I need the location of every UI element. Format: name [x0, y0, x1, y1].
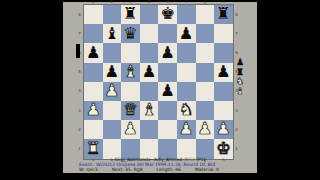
rank-label-8: 8: [77, 5, 82, 24]
move-played: W: Qxc3: [79, 168, 98, 173]
square-d5[interactable]: ♟: [140, 63, 159, 82]
square-g6[interactable]: [196, 43, 215, 62]
square-b6[interactable]: [103, 43, 122, 62]
square-e4[interactable]: ♟: [158, 82, 177, 101]
square-a1[interactable]: ♜: [84, 139, 103, 158]
square-h5[interactable]: ♟: [214, 63, 233, 82]
square-e3[interactable]: [158, 101, 177, 120]
square-f3[interactable]: ♞: [177, 101, 196, 120]
chess-app-area: abcdefgh ♜♚♜♝♛♟♟♟♟♝♟♟♟♟♟♛♝♞♟♟♟♟♜♚ abcdef…: [63, 2, 257, 173]
black-pawn: ♟: [179, 26, 194, 43]
black-rook: ♜: [216, 6, 231, 23]
square-d8[interactable]: [140, 5, 159, 24]
black-pawn: ♟: [86, 45, 101, 62]
square-d4[interactable]: [140, 82, 159, 101]
square-h1[interactable]: ♚: [214, 139, 233, 158]
rank-label-3: 3: [234, 101, 239, 120]
square-g7[interactable]: [196, 24, 215, 43]
square-h4[interactable]: [214, 82, 233, 101]
white-pawn: ♟: [86, 102, 101, 119]
white-knight: ♞: [179, 102, 194, 119]
white-pawn: ♟: [104, 83, 119, 100]
black-king: ♚: [160, 6, 175, 23]
square-b4[interactable]: ♟: [103, 82, 122, 101]
black-pawn: ♟: [160, 45, 175, 62]
game-tag: (P1): [196, 157, 205, 162]
players-separator: --: [149, 157, 152, 162]
white-bishop: ♝: [142, 102, 157, 119]
square-a7[interactable]: [84, 24, 103, 43]
square-f4[interactable]: [177, 82, 196, 101]
square-b8[interactable]: [103, 5, 122, 24]
square-d2[interactable]: [140, 120, 159, 139]
square-g4[interactable]: [196, 82, 215, 101]
chess-board[interactable]: ♜♚♜♝♛♟♟♟♟♝♟♟♟♟♟♛♝♞♟♟♟♟♜♚: [83, 4, 234, 160]
white-pawn: ♟: [123, 121, 138, 138]
square-f5[interactable]: [177, 63, 196, 82]
video-frame: abcdefgh ♜♚♜♝♛♟♟♟♟♝♟♟♟♟♟♛♝♞♟♟♟♟♜♚ abcdef…: [0, 0, 320, 180]
square-e5[interactable]: [158, 63, 177, 82]
square-b3[interactable]: [103, 101, 122, 120]
black-rook: ♜: [123, 6, 138, 23]
rank-label-3: 3: [77, 101, 82, 120]
square-d7[interactable]: [140, 24, 159, 43]
pillarbox-left: [0, 0, 63, 180]
tray-white-piece: ♝: [236, 87, 244, 97]
status-line: W: Qxc3 Next: 35. Rg8 Length: 46 Materia…: [79, 168, 219, 173]
next-move: Next: 35. Rg8: [112, 168, 143, 173]
square-b2[interactable]: [103, 120, 122, 139]
square-h6[interactable]: [214, 43, 233, 62]
white-bishop: ♝: [123, 64, 138, 81]
black-pawn: ♟: [104, 64, 119, 81]
square-e7[interactable]: [158, 24, 177, 43]
square-a5[interactable]: [84, 63, 103, 82]
white-queen: ♛: [123, 102, 138, 119]
square-d3[interactable]: ♝: [140, 101, 159, 120]
captured-material-tray: ♟♜♞♝: [234, 58, 246, 96]
square-c3[interactable]: ♛: [121, 101, 140, 120]
square-a3[interactable]: ♟: [84, 101, 103, 120]
square-a8[interactable]: [84, 5, 103, 24]
square-d6[interactable]: [140, 43, 159, 62]
rank-label-2: 2: [77, 120, 82, 139]
square-c6[interactable]: [121, 43, 140, 62]
square-h3[interactable]: [214, 101, 233, 120]
square-g8[interactable]: [196, 5, 215, 24]
rank-labels-left: 87654321: [77, 5, 82, 159]
side-to-move-marker: [76, 44, 80, 58]
rank-label-1: 1: [77, 139, 82, 158]
white-pawn: ♟: [197, 121, 212, 138]
game-length: Length: 46: [157, 168, 181, 173]
player-rating: 2352: [183, 157, 194, 162]
rank-label-7: 7: [77, 24, 82, 43]
square-e2[interactable]: [158, 120, 177, 139]
material-balance: Material: 0: [195, 168, 219, 173]
white-king: ♚: [216, 141, 231, 158]
black-pawn: ♟: [216, 64, 231, 81]
white-pawn: ♟: [216, 121, 231, 138]
square-g2[interactable]: ♟: [196, 120, 215, 139]
square-h2[interactable]: ♟: [214, 120, 233, 139]
black-pawn: ♟: [160, 83, 175, 100]
square-g5[interactable]: [196, 63, 215, 82]
square-c4[interactable]: [121, 82, 140, 101]
square-c5[interactable]: ♝: [121, 63, 140, 82]
square-f8[interactable]: [177, 5, 196, 24]
rank-label-5: 5: [77, 63, 82, 82]
square-e6[interactable]: ♟: [158, 43, 177, 62]
black-queen: ♛: [123, 26, 138, 43]
square-e8[interactable]: ♚: [158, 5, 177, 24]
square-c7[interactable]: ♛: [121, 24, 140, 43]
square-c8[interactable]: ♜: [121, 5, 140, 24]
square-a2[interactable]: [84, 120, 103, 139]
rank-label-8: 8: [234, 5, 239, 24]
square-h7[interactable]: [214, 24, 233, 43]
square-h8[interactable]: ♜: [214, 5, 233, 24]
white-pawn: ♟: [179, 121, 194, 138]
square-c2[interactable]: ♟: [121, 120, 140, 139]
square-f7[interactable]: ♟: [177, 24, 196, 43]
rank-label-7: 7: [234, 24, 239, 43]
rank-label-1: 1: [234, 139, 239, 158]
black-bishop: ♝: [104, 26, 119, 43]
rank-label-2: 2: [234, 120, 239, 139]
square-f6[interactable]: [177, 43, 196, 62]
white-player-name: Gligj_Bakhlond: [115, 157, 148, 162]
square-a4[interactable]: [84, 82, 103, 101]
square-f2[interactable]: ♟: [177, 120, 196, 139]
white-rook: ♜: [86, 141, 101, 158]
square-b5[interactable]: ♟: [103, 63, 122, 82]
square-b7[interactable]: ♝: [103, 24, 122, 43]
black-pawn: ♟: [142, 64, 157, 81]
rank-label-4: 4: [77, 82, 82, 101]
pillarbox-right: [257, 0, 320, 180]
square-g3[interactable]: [196, 101, 215, 120]
square-a6[interactable]: ♟: [84, 43, 103, 62]
black-player-name: Adly_Ahmed: [154, 157, 182, 162]
